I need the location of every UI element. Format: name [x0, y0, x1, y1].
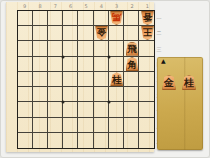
shogi-piece-sente-2三[interactable]: 飛 — [126, 42, 139, 56]
file-coordinate-labels: 987654321 — [17, 3, 155, 9]
hand-piece-金[interactable]: 金 — [162, 75, 176, 90]
file-label: 5 — [78, 3, 93, 9]
tsume-shogi-diagram: 987654321 一二三四五六七八九 香王馬金飛角桂 ▲ 金桂 — [0, 0, 210, 158]
shogi-piece-gote-1二[interactable]: 王 — [141, 26, 154, 40]
shogi-piece-gote-4二[interactable]: 金 — [95, 26, 108, 40]
shogi-piece-gote-1一[interactable]: 香 — [141, 11, 154, 25]
shogi-piece-sente-3五[interactable]: 桂 — [110, 72, 123, 86]
rank-label: 二 — [156, 25, 162, 40]
file-label: 9 — [17, 3, 32, 9]
shogi-board: 987654321 一二三四五六七八九 香王馬金飛角桂 — [6, 2, 154, 152]
file-label: 4 — [94, 3, 109, 9]
file-label: 8 — [32, 3, 47, 9]
rank-label: 一 — [156, 10, 162, 25]
file-label: 1 — [140, 3, 155, 9]
board-pieces-layer: 香王馬金飛角桂 — [17, 10, 155, 149]
file-label: 2 — [124, 3, 139, 9]
file-label: 7 — [48, 3, 63, 9]
sente-to-move-marker-icon: ▲ — [161, 57, 166, 65]
shogi-piece-gote-3一[interactable]: 馬 — [110, 11, 123, 25]
hand-piece-桂[interactable]: 桂 — [182, 75, 196, 90]
file-label: 6 — [63, 3, 78, 9]
komadai-sente-hand-tray: ▲ 金桂 — [157, 57, 203, 150]
file-label: 3 — [109, 3, 124, 9]
rank-label: 三 — [156, 41, 162, 56]
shogi-piece-sente-2四[interactable]: 角 — [126, 57, 139, 71]
